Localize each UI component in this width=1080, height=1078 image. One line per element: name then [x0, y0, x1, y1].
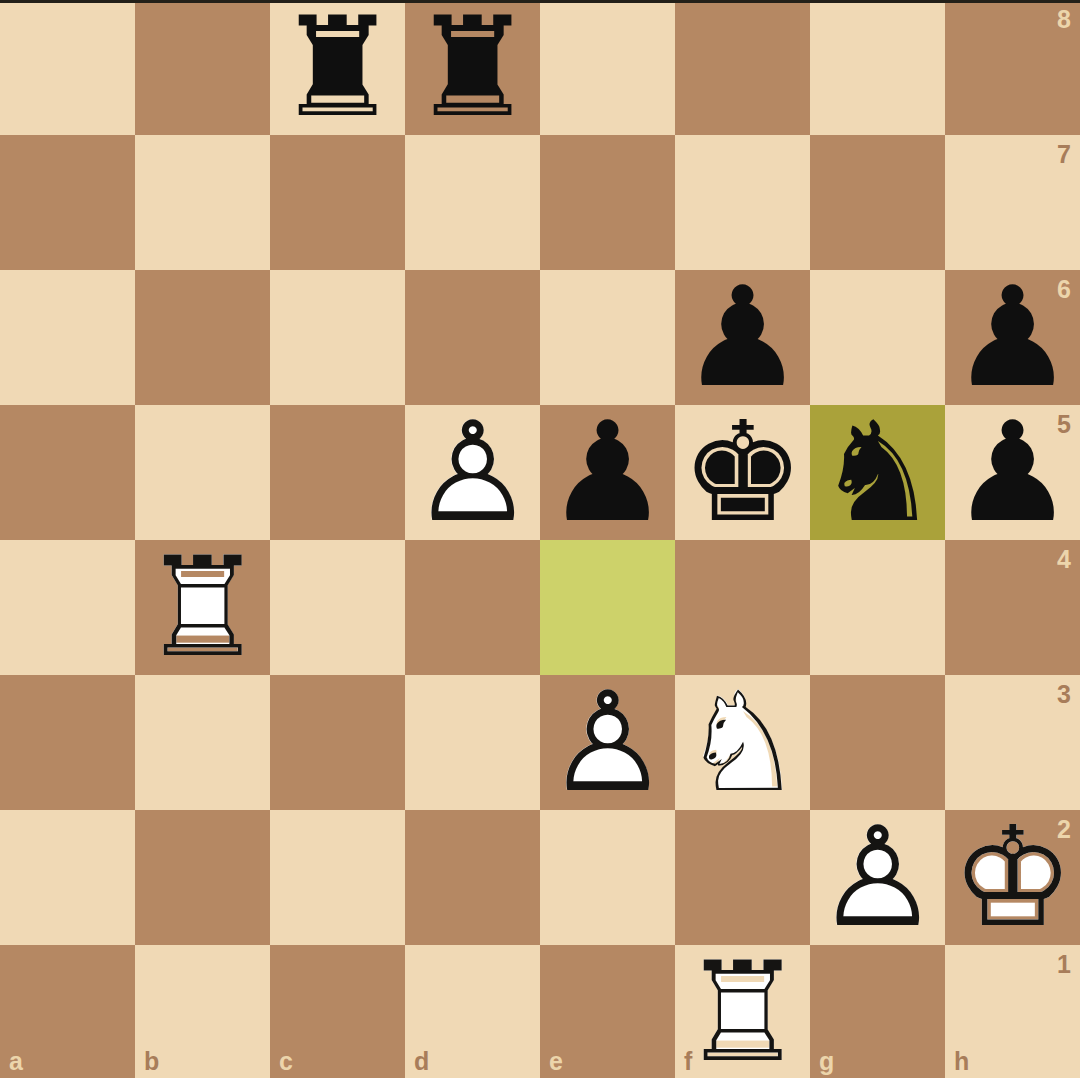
square-c6[interactable] — [270, 270, 405, 405]
square-d6[interactable] — [405, 270, 540, 405]
square-f8[interactable] — [675, 0, 810, 135]
black-pawn-glyph: ♟ — [540, 405, 675, 540]
square-c1[interactable]: c — [270, 945, 405, 1078]
square-c5[interactable] — [270, 405, 405, 540]
square-c4[interactable] — [270, 540, 405, 675]
square-f7[interactable] — [675, 135, 810, 270]
square-e6[interactable] — [540, 270, 675, 405]
square-g8[interactable] — [810, 0, 945, 135]
white-rook[interactable]: ♜♖ — [675, 945, 810, 1078]
white-pawn-outline-glyph: ♙ — [540, 675, 675, 810]
square-c3[interactable] — [270, 675, 405, 810]
rank-label-1: 1 — [1057, 952, 1071, 977]
square-a4[interactable] — [0, 540, 135, 675]
square-b1[interactable]: b — [135, 945, 270, 1078]
square-c8[interactable]: ♜ — [270, 0, 405, 135]
square-h2[interactable]: 2♚♔ — [945, 810, 1080, 945]
square-g3[interactable] — [810, 675, 945, 810]
white-knight-outline-glyph: ♘ — [675, 675, 810, 810]
square-h4[interactable]: 4 — [945, 540, 1080, 675]
square-a3[interactable] — [0, 675, 135, 810]
square-c7[interactable] — [270, 135, 405, 270]
white-pawn-outline-glyph: ♙ — [810, 810, 945, 945]
black-rook[interactable]: ♜ — [270, 0, 405, 135]
black-knight[interactable]: ♞ — [810, 405, 945, 540]
black-pawn-glyph: ♟ — [945, 270, 1080, 405]
square-a7[interactable] — [0, 135, 135, 270]
square-e8[interactable] — [540, 0, 675, 135]
square-f5[interactable]: ♚ — [675, 405, 810, 540]
square-c2[interactable] — [270, 810, 405, 945]
square-b2[interactable] — [135, 810, 270, 945]
square-h7[interactable]: 7 — [945, 135, 1080, 270]
black-pawn-glyph: ♟ — [945, 405, 1080, 540]
black-king-glyph: ♚ — [675, 405, 810, 540]
white-rook-outline-glyph: ♖ — [135, 540, 270, 675]
square-a2[interactable] — [0, 810, 135, 945]
white-knight[interactable]: ♞♘ — [675, 675, 810, 810]
square-b6[interactable] — [135, 270, 270, 405]
square-f3[interactable]: ♞♘ — [675, 675, 810, 810]
square-g5[interactable]: ♞ — [810, 405, 945, 540]
screenshot-root: { "game": "chess", "position": { "fen": … — [0, 0, 1080, 1078]
square-f2[interactable] — [675, 810, 810, 945]
file-label-h: h — [954, 1049, 969, 1074]
white-pawn-outline-glyph: ♙ — [405, 405, 540, 540]
black-pawn-glyph: ♟ — [675, 270, 810, 405]
white-rook[interactable]: ♜♖ — [135, 540, 270, 675]
white-rook-outline-glyph: ♖ — [675, 945, 810, 1078]
square-h3[interactable]: 3 — [945, 675, 1080, 810]
square-a5[interactable] — [0, 405, 135, 540]
square-d8[interactable]: ♜ — [405, 0, 540, 135]
square-d2[interactable] — [405, 810, 540, 945]
white-pawn[interactable]: ♟♙ — [810, 810, 945, 945]
rank-label-4: 4 — [1057, 547, 1071, 572]
window-top-border — [0, 0, 1080, 3]
rank-label-7: 7 — [1057, 142, 1071, 167]
black-pawn[interactable]: ♟ — [945, 405, 1080, 540]
black-king[interactable]: ♚ — [675, 405, 810, 540]
white-pawn[interactable]: ♟♙ — [540, 675, 675, 810]
square-a8[interactable] — [0, 0, 135, 135]
square-f6[interactable]: ♟ — [675, 270, 810, 405]
rank-label-8: 8 — [1057, 7, 1071, 32]
chess-board[interactable]: ♜♜87♟6♟♟♙♟♚♞5♟♜♖4♟♙♞♘3♟♙2♚♔abcdef♜♖g1h — [0, 0, 1080, 1078]
square-d5[interactable]: ♟♙ — [405, 405, 540, 540]
square-b7[interactable] — [135, 135, 270, 270]
square-b3[interactable] — [135, 675, 270, 810]
white-king-outline-glyph: ♔ — [945, 810, 1080, 945]
file-label-c: c — [279, 1049, 293, 1074]
black-rook-glyph: ♜ — [270, 0, 405, 135]
square-d1[interactable]: d — [405, 945, 540, 1078]
white-king[interactable]: ♚♔ — [945, 810, 1080, 945]
file-label-d: d — [414, 1049, 429, 1074]
square-g4[interactable] — [810, 540, 945, 675]
square-g1[interactable]: g — [810, 945, 945, 1078]
square-d3[interactable] — [405, 675, 540, 810]
square-f4[interactable] — [675, 540, 810, 675]
black-rook[interactable]: ♜ — [405, 0, 540, 135]
file-label-e: e — [549, 1049, 563, 1074]
square-d7[interactable] — [405, 135, 540, 270]
square-e3[interactable]: ♟♙ — [540, 675, 675, 810]
square-e2[interactable] — [540, 810, 675, 945]
square-e4[interactable] — [540, 540, 675, 675]
black-rook-glyph: ♜ — [405, 0, 540, 135]
black-pawn[interactable]: ♟ — [675, 270, 810, 405]
file-label-a: a — [9, 1049, 23, 1074]
square-h8[interactable]: 8 — [945, 0, 1080, 135]
white-pawn[interactable]: ♟♙ — [405, 405, 540, 540]
square-a6[interactable] — [0, 270, 135, 405]
black-knight-glyph: ♞ — [810, 405, 945, 540]
square-g7[interactable] — [810, 135, 945, 270]
square-b4[interactable]: ♜♖ — [135, 540, 270, 675]
square-b5[interactable] — [135, 405, 270, 540]
square-f1[interactable]: f♜♖ — [675, 945, 810, 1078]
black-pawn[interactable]: ♟ — [945, 270, 1080, 405]
square-d4[interactable] — [405, 540, 540, 675]
square-e5[interactable]: ♟ — [540, 405, 675, 540]
square-h5[interactable]: 5♟ — [945, 405, 1080, 540]
square-h1[interactable]: 1h — [945, 945, 1080, 1078]
square-g2[interactable]: ♟♙ — [810, 810, 945, 945]
square-b8[interactable] — [135, 0, 270, 135]
square-e1[interactable]: e — [540, 945, 675, 1078]
square-h6[interactable]: 6♟ — [945, 270, 1080, 405]
square-e7[interactable] — [540, 135, 675, 270]
square-a1[interactable]: a — [0, 945, 135, 1078]
square-g6[interactable] — [810, 270, 945, 405]
file-label-b: b — [144, 1049, 159, 1074]
black-pawn[interactable]: ♟ — [540, 405, 675, 540]
file-label-g: g — [819, 1049, 834, 1074]
rank-label-3: 3 — [1057, 682, 1071, 707]
